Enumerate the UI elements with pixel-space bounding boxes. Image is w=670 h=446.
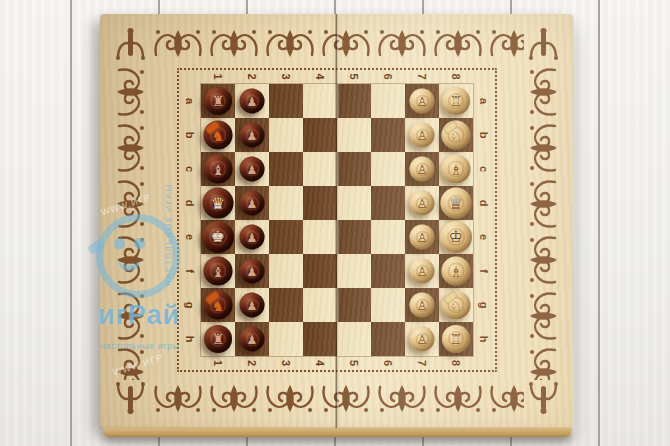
piece-glyph: ♝ bbox=[204, 155, 233, 184]
black-pawn-h2[interactable]: ♟ bbox=[240, 327, 265, 352]
piece-glyph: ♛ bbox=[203, 188, 234, 219]
black-bishop-c1[interactable]: ♝ bbox=[204, 155, 233, 184]
corner-ornament-icon bbox=[524, 26, 562, 64]
square-b5[interactable] bbox=[337, 118, 371, 152]
piece-glyph: ♔ bbox=[440, 221, 472, 253]
piece-glyph: ♟ bbox=[240, 225, 265, 250]
white-pawn-g7[interactable]: ♙ bbox=[410, 293, 435, 318]
square-e8[interactable]: ♔ bbox=[439, 220, 473, 254]
square-h4[interactable] bbox=[303, 322, 337, 356]
white-pawn-e7[interactable]: ♙ bbox=[410, 225, 435, 250]
square-b3[interactable] bbox=[269, 118, 303, 152]
ornament-band-left bbox=[112, 64, 148, 380]
white-pawn-c7[interactable]: ♙ bbox=[410, 157, 435, 182]
square-b1[interactable]: ♞ bbox=[201, 118, 235, 152]
square-f3[interactable] bbox=[269, 254, 303, 288]
white-pawn-f7[interactable]: ♙ bbox=[410, 259, 435, 284]
black-knight-b1[interactable]: ♞ bbox=[204, 121, 233, 150]
piece-glyph: ♞ bbox=[204, 291, 233, 320]
white-bishop-c8[interactable]: ♗ bbox=[442, 155, 471, 184]
white-rook-h8[interactable]: ♖ bbox=[442, 325, 470, 353]
square-d3[interactable] bbox=[269, 186, 303, 220]
white-bishop-f8[interactable]: ♗ bbox=[442, 257, 471, 286]
black-pawn-c2[interactable]: ♟ bbox=[240, 157, 265, 182]
square-d8[interactable]: ♕ bbox=[439, 186, 473, 220]
piece-glyph: ♟ bbox=[240, 89, 265, 114]
square-f2[interactable]: ♟ bbox=[235, 254, 269, 288]
piece-glyph: ♟ bbox=[240, 123, 265, 148]
square-c8[interactable]: ♗ bbox=[439, 152, 473, 186]
square-g4[interactable] bbox=[303, 288, 337, 322]
square-e1[interactable]: ♚ bbox=[201, 220, 235, 254]
black-pawn-f2[interactable]: ♟ bbox=[240, 259, 265, 284]
corner-ornament-icon bbox=[112, 378, 150, 416]
square-c3[interactable] bbox=[269, 152, 303, 186]
square-b2[interactable]: ♟ bbox=[235, 118, 269, 152]
square-e7[interactable]: ♙ bbox=[405, 220, 439, 254]
square-c5[interactable] bbox=[337, 152, 371, 186]
piece-glyph: ♗ bbox=[442, 257, 471, 286]
square-f6[interactable] bbox=[371, 254, 405, 288]
square-e6[interactable] bbox=[371, 220, 405, 254]
square-b4[interactable] bbox=[303, 118, 337, 152]
square-g6[interactable] bbox=[371, 288, 405, 322]
piece-glyph: ♙ bbox=[410, 123, 435, 148]
piece-glyph: ♕ bbox=[441, 188, 472, 219]
square-g8[interactable]: ♘ bbox=[439, 288, 473, 322]
square-h5[interactable] bbox=[337, 322, 371, 356]
chess-board: 12345678 12345678 abcdefgh abcdefgh ♜♟♙♖… bbox=[100, 14, 574, 428]
piece-glyph: ♘ bbox=[442, 291, 471, 320]
white-pawn-h7[interactable]: ♙ bbox=[410, 327, 435, 352]
square-d1[interactable]: ♛ bbox=[201, 186, 235, 220]
black-pawn-e2[interactable]: ♟ bbox=[240, 225, 265, 250]
square-a3[interactable] bbox=[269, 84, 303, 118]
square-g1[interactable]: ♞ bbox=[201, 288, 235, 322]
square-d7[interactable]: ♙ bbox=[405, 186, 439, 220]
square-f5[interactable] bbox=[337, 254, 371, 288]
square-a2[interactable]: ♟ bbox=[235, 84, 269, 118]
square-d5[interactable] bbox=[337, 186, 371, 220]
square-g3[interactable] bbox=[269, 288, 303, 322]
square-e3[interactable] bbox=[269, 220, 303, 254]
piece-glyph: ♗ bbox=[442, 155, 471, 184]
piece-glyph: ♘ bbox=[442, 121, 471, 150]
square-a8[interactable]: ♖ bbox=[439, 84, 473, 118]
square-e2[interactable]: ♟ bbox=[235, 220, 269, 254]
piece-glyph: ♜ bbox=[204, 87, 232, 115]
white-queen-d8[interactable]: ♕ bbox=[441, 188, 472, 219]
black-pawn-b2[interactable]: ♟ bbox=[240, 123, 265, 148]
piece-glyph: ♞ bbox=[204, 121, 233, 150]
piece-glyph: ♖ bbox=[442, 87, 470, 115]
square-e4[interactable] bbox=[303, 220, 337, 254]
square-h8[interactable]: ♖ bbox=[439, 322, 473, 356]
ornament-band-right bbox=[526, 64, 562, 380]
file-labels-left: abcdefgh bbox=[180, 84, 200, 356]
square-d6[interactable] bbox=[371, 186, 405, 220]
black-bishop-f1[interactable]: ♝ bbox=[204, 257, 233, 286]
black-king-e1[interactable]: ♚ bbox=[202, 221, 234, 253]
white-pawn-b7[interactable]: ♙ bbox=[410, 123, 435, 148]
square-a5[interactable] bbox=[337, 84, 371, 118]
piece-glyph: ♟ bbox=[240, 293, 265, 318]
black-pawn-d2[interactable]: ♟ bbox=[240, 191, 265, 216]
piece-glyph: ♙ bbox=[410, 225, 435, 250]
square-g7[interactable]: ♙ bbox=[405, 288, 439, 322]
square-c6[interactable] bbox=[371, 152, 405, 186]
white-king-e8[interactable]: ♔ bbox=[440, 221, 472, 253]
piece-glyph: ♝ bbox=[204, 257, 233, 286]
piece-glyph: ♜ bbox=[204, 325, 232, 353]
square-g5[interactable] bbox=[337, 288, 371, 322]
white-knight-b8[interactable]: ♘ bbox=[442, 121, 471, 150]
square-h3[interactable] bbox=[269, 322, 303, 356]
square-f4[interactable] bbox=[303, 254, 337, 288]
square-d4[interactable] bbox=[303, 186, 337, 220]
white-pawn-a7[interactable]: ♙ bbox=[410, 89, 435, 114]
piece-glyph: ♙ bbox=[410, 259, 435, 284]
square-h1[interactable]: ♜ bbox=[201, 322, 235, 356]
black-knight-g1[interactable]: ♞ bbox=[204, 291, 233, 320]
square-h7[interactable]: ♙ bbox=[405, 322, 439, 356]
white-rook-a8[interactable]: ♖ bbox=[442, 87, 470, 115]
square-b7[interactable]: ♙ bbox=[405, 118, 439, 152]
square-a6[interactable] bbox=[371, 84, 405, 118]
piece-glyph: ♖ bbox=[442, 325, 470, 353]
file-labels-right: abcdefgh bbox=[474, 84, 494, 356]
square-c2[interactable]: ♟ bbox=[235, 152, 269, 186]
square-d2[interactable]: ♟ bbox=[235, 186, 269, 220]
square-g2[interactable]: ♟ bbox=[235, 288, 269, 322]
black-queen-d1[interactable]: ♛ bbox=[203, 188, 234, 219]
piece-glyph: ♟ bbox=[240, 327, 265, 352]
square-a7[interactable]: ♙ bbox=[405, 84, 439, 118]
black-pawn-g2[interactable]: ♟ bbox=[240, 293, 265, 318]
piece-glyph: ♚ bbox=[202, 221, 234, 253]
black-rook-a1[interactable]: ♜ bbox=[204, 87, 232, 115]
black-pawn-a2[interactable]: ♟ bbox=[240, 89, 265, 114]
square-b6[interactable] bbox=[371, 118, 405, 152]
piece-glyph: ♙ bbox=[410, 327, 435, 352]
square-h2[interactable]: ♟ bbox=[235, 322, 269, 356]
square-a1[interactable]: ♜ bbox=[201, 84, 235, 118]
board-fold-seam bbox=[335, 14, 339, 428]
piece-glyph: ♙ bbox=[410, 89, 435, 114]
piece-glyph: ♟ bbox=[240, 259, 265, 284]
piece-glyph: ♙ bbox=[410, 293, 435, 318]
square-h6[interactable] bbox=[371, 322, 405, 356]
square-c4[interactable] bbox=[303, 152, 337, 186]
square-f8[interactable]: ♗ bbox=[439, 254, 473, 288]
white-knight-g8[interactable]: ♘ bbox=[442, 291, 471, 320]
piece-glyph: ♟ bbox=[240, 157, 265, 182]
square-f7[interactable]: ♙ bbox=[405, 254, 439, 288]
square-e5[interactable] bbox=[337, 220, 371, 254]
piece-glyph: ♟ bbox=[240, 191, 265, 216]
black-rook-h1[interactable]: ♜ bbox=[204, 325, 232, 353]
corner-ornament-icon bbox=[524, 378, 562, 416]
corner-ornament-icon bbox=[112, 26, 150, 64]
square-c7[interactable]: ♙ bbox=[405, 152, 439, 186]
piece-glyph: ♙ bbox=[410, 157, 435, 182]
square-f1[interactable]: ♝ bbox=[201, 254, 235, 288]
square-b8[interactable]: ♘ bbox=[439, 118, 473, 152]
white-pawn-d7[interactable]: ♙ bbox=[410, 191, 435, 216]
square-c1[interactable]: ♝ bbox=[201, 152, 235, 186]
board-side-edge bbox=[103, 427, 571, 437]
square-a4[interactable] bbox=[303, 84, 337, 118]
piece-glyph: ♙ bbox=[410, 191, 435, 216]
